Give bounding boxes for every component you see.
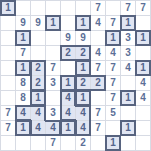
grid-cell[interactable]: 7 [46, 61, 61, 76]
grid-cell[interactable] [1, 31, 16, 46]
grid-cell[interactable]: 1 [121, 91, 136, 106]
region-border [30, 120, 46, 136]
grid-cell[interactable]: 7 [106, 61, 121, 76]
region-border [15, 60, 31, 76]
grid-cell[interactable] [136, 106, 151, 121]
grid-cell[interactable]: 4 [136, 91, 151, 106]
region-border [45, 15, 61, 31]
grid-cell[interactable] [76, 1, 91, 16]
region-border [60, 105, 76, 121]
grid-cell[interactable] [91, 31, 106, 46]
grid-cell[interactable]: 7 [1, 106, 16, 121]
region-border [30, 75, 46, 91]
region-border [75, 90, 91, 106]
grid-cell[interactable] [31, 136, 46, 151]
grid-cell[interactable] [136, 136, 151, 151]
region-border [60, 75, 76, 91]
grid-cell[interactable]: 7 [46, 136, 61, 151]
grid-cell[interactable] [136, 16, 151, 31]
grid-cell[interactable]: 7 [106, 16, 121, 31]
grid-cell[interactable] [1, 91, 16, 106]
region-border [45, 120, 61, 136]
grid-cell[interactable]: 2 [76, 76, 91, 91]
grid-cell[interactable] [61, 136, 76, 151]
region-border [0, 0, 16, 16]
grid-cell[interactable] [106, 121, 121, 136]
grid-cell[interactable] [46, 31, 61, 46]
grid-cell[interactable]: 9 [16, 16, 31, 31]
region-border [15, 105, 31, 121]
grid-cell[interactable]: 4 [76, 121, 91, 136]
region-border [105, 135, 121, 151]
grid-cell[interactable]: 3 [46, 76, 61, 91]
region-border [60, 120, 76, 136]
grid-cell[interactable]: 7 [91, 1, 106, 16]
grid-cell[interactable]: 7 [91, 106, 106, 121]
grid-cell[interactable] [1, 46, 16, 61]
region-border [30, 90, 46, 106]
region-border [15, 30, 31, 46]
grid-cell[interactable]: 4 [136, 76, 151, 91]
grid-cell[interactable] [121, 136, 136, 151]
region-border [15, 120, 31, 136]
grid-cell[interactable]: 1 [61, 76, 76, 91]
grid-cell[interactable] [46, 91, 61, 106]
grid-cell[interactable]: 4 [91, 46, 106, 61]
grid-cell[interactable] [46, 1, 61, 16]
grid-cell[interactable]: 9 [61, 31, 76, 46]
grid-cell[interactable]: 7 [16, 46, 31, 61]
grid-cell[interactable]: 1 [31, 91, 46, 106]
grid-cell[interactable]: 5 [106, 106, 121, 121]
grid-cell[interactable]: 1 [136, 31, 151, 46]
region-border [30, 60, 46, 76]
grid-cell[interactable]: 2 [76, 136, 91, 151]
grid-cell[interactable]: 4 [16, 106, 31, 121]
grid-cell[interactable]: 2 [61, 46, 76, 61]
grid-cell[interactable]: 4 [61, 106, 76, 121]
grid-cell[interactable]: 1 [106, 31, 121, 46]
grid-cell[interactable] [61, 61, 76, 76]
grid-cell[interactable] [1, 136, 16, 151]
grid-cell[interactable]: 1 [46, 16, 61, 31]
grid-cell[interactable]: 7 [121, 1, 136, 16]
grid-cell[interactable] [91, 136, 106, 151]
grid-cell[interactable] [121, 106, 136, 121]
grid-cell[interactable]: 4 [106, 46, 121, 61]
grid-cell[interactable]: 7 [106, 91, 121, 106]
grid-cell[interactable]: 8 [16, 76, 31, 91]
grid-cell[interactable] [46, 46, 61, 61]
grid-cell[interactable]: 1 [76, 16, 91, 31]
region-border [120, 90, 136, 106]
grid-cell[interactable]: 1 [61, 121, 76, 136]
grid-cell[interactable]: 1 [76, 91, 91, 106]
grid-cell[interactable] [31, 46, 46, 61]
region-border [30, 105, 46, 121]
grid-cell[interactable]: 1 [121, 16, 136, 31]
grid-cell[interactable]: 7 [106, 76, 121, 91]
region-border [60, 45, 76, 61]
grid-cell[interactable]: 7 [91, 121, 106, 136]
grid-cell[interactable] [91, 91, 106, 106]
grid-cell[interactable]: 4 [31, 106, 46, 121]
grid-cell[interactable]: 4 [46, 121, 61, 136]
grid-cell[interactable]: 7 [91, 61, 106, 76]
grid-cell[interactable]: 1 [76, 61, 91, 76]
grid-cell[interactable] [31, 31, 46, 46]
grid-cell[interactable] [1, 61, 16, 76]
region-border [90, 75, 106, 91]
grid-cell[interactable] [1, 76, 16, 91]
grid-cell[interactable]: 1 [136, 61, 151, 76]
grid-cell[interactable]: 1 [1, 1, 16, 16]
grid-cell[interactable]: 7 [1, 121, 16, 136]
region-border [120, 15, 136, 31]
grid-cell[interactable]: 1 [16, 31, 31, 46]
grid-cell[interactable] [61, 16, 76, 31]
region-border [75, 60, 91, 76]
grid-cell[interactable]: 4 [121, 61, 136, 76]
region-border [75, 45, 91, 61]
grid-cell[interactable] [61, 1, 76, 16]
grid-cell[interactable]: 3 [121, 31, 136, 46]
fillomino-board: 1777991147119913172244312717741823122748… [0, 0, 151, 151]
grid-cell[interactable]: 1 [16, 61, 31, 76]
grid-cell[interactable]: 8 [16, 91, 31, 106]
grid-cell[interactable]: 3 [121, 46, 136, 61]
region-border [135, 30, 151, 46]
grid-cell[interactable]: 4 [76, 106, 91, 121]
region-border [60, 90, 76, 106]
grid-cell[interactable]: 4 [61, 91, 76, 106]
grid-cell[interactable]: 1 [121, 121, 136, 136]
grid-cell[interactable] [1, 16, 16, 31]
grid-cell[interactable]: 2 [76, 46, 91, 61]
region-border [105, 30, 121, 46]
grid-cell[interactable] [106, 1, 121, 16]
grid-cell[interactable]: 1 [106, 136, 121, 151]
grid-cell[interactable] [16, 136, 31, 151]
grid-cell[interactable]: 2 [31, 61, 46, 76]
grid-cell[interactable] [31, 1, 46, 16]
grid-cell[interactable]: 7 [136, 1, 151, 16]
region-border [135, 60, 151, 76]
grid-cell[interactable]: 2 [31, 76, 46, 91]
region-border [75, 120, 91, 136]
grid-cell[interactable]: 9 [76, 31, 91, 46]
grid-cell[interactable] [16, 1, 31, 16]
region-border [120, 120, 136, 136]
grid-cell[interactable] [136, 121, 151, 136]
grid-cell[interactable]: 4 [91, 16, 106, 31]
grid-cell[interactable]: 1 [16, 121, 31, 136]
grid-cell[interactable]: 3 [46, 106, 61, 121]
region-border [75, 105, 91, 121]
grid-cell[interactable]: 9 [31, 16, 46, 31]
region-border [75, 75, 91, 91]
grid-cell[interactable]: 2 [91, 76, 106, 91]
grid-cell[interactable]: 4 [31, 121, 46, 136]
region-border [75, 15, 91, 31]
grid-cell[interactable] [136, 46, 151, 61]
grid-cell[interactable] [121, 76, 136, 91]
